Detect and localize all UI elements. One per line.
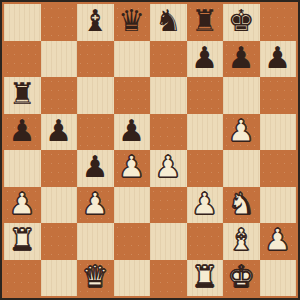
square-g3[interactable]: ♞ [223, 187, 260, 224]
square-h2[interactable]: ♟ [260, 223, 297, 260]
square-c6[interactable] [77, 77, 114, 114]
piece-white-king[interactable]: ♚ [228, 262, 255, 292]
square-c5[interactable] [77, 114, 114, 151]
square-f8[interactable]: ♜ [187, 4, 224, 41]
piece-black-pawn[interactable]: ♟ [191, 43, 218, 73]
square-e2[interactable] [150, 223, 187, 260]
piece-white-pawn[interactable]: ♟ [82, 189, 109, 219]
square-h5[interactable] [260, 114, 297, 151]
square-c4[interactable]: ♟ [77, 150, 114, 187]
piece-white-pawn[interactable]: ♟ [264, 225, 291, 255]
square-c8[interactable]: ♝ [77, 4, 114, 41]
board-grid: ♝♛♞♜♚♟♟♟♜♟♟♟♟♟♟♟♟♟♟♞♜♝♟♛♜♚ [4, 4, 296, 296]
square-h8[interactable] [260, 4, 297, 41]
square-d5[interactable]: ♟ [114, 114, 151, 151]
piece-black-rook[interactable]: ♜ [191, 6, 218, 36]
piece-black-knight[interactable]: ♞ [155, 6, 182, 36]
piece-black-pawn[interactable]: ♟ [264, 43, 291, 73]
square-h3[interactable] [260, 187, 297, 224]
square-g8[interactable]: ♚ [223, 4, 260, 41]
square-d6[interactable] [114, 77, 151, 114]
square-c7[interactable] [77, 41, 114, 78]
square-b6[interactable] [41, 77, 78, 114]
piece-white-rook[interactable]: ♜ [9, 225, 36, 255]
square-e3[interactable] [150, 187, 187, 224]
square-c3[interactable]: ♟ [77, 187, 114, 224]
piece-black-pawn[interactable]: ♟ [228, 43, 255, 73]
square-a6[interactable]: ♜ [4, 77, 41, 114]
square-a3[interactable]: ♟ [4, 187, 41, 224]
square-e5[interactable] [150, 114, 187, 151]
square-h4[interactable] [260, 150, 297, 187]
square-h1[interactable] [260, 260, 297, 297]
square-e1[interactable] [150, 260, 187, 297]
square-f7[interactable]: ♟ [187, 41, 224, 78]
square-f1[interactable]: ♜ [187, 260, 224, 297]
square-b2[interactable] [41, 223, 78, 260]
piece-white-pawn[interactable]: ♟ [118, 152, 145, 182]
square-f3[interactable]: ♟ [187, 187, 224, 224]
square-d2[interactable] [114, 223, 151, 260]
square-a8[interactable] [4, 4, 41, 41]
square-h6[interactable] [260, 77, 297, 114]
square-b3[interactable] [41, 187, 78, 224]
square-d4[interactable]: ♟ [114, 150, 151, 187]
square-g7[interactable]: ♟ [223, 41, 260, 78]
square-f2[interactable] [187, 223, 224, 260]
piece-black-pawn[interactable]: ♟ [9, 116, 36, 146]
square-a5[interactable]: ♟ [4, 114, 41, 151]
piece-white-queen[interactable]: ♛ [82, 262, 109, 292]
piece-white-pawn[interactable]: ♟ [155, 152, 182, 182]
square-e7[interactable] [150, 41, 187, 78]
square-g5[interactable]: ♟ [223, 114, 260, 151]
square-d3[interactable] [114, 187, 151, 224]
square-b7[interactable] [41, 41, 78, 78]
piece-black-pawn[interactable]: ♟ [82, 152, 109, 182]
square-a1[interactable] [4, 260, 41, 297]
square-b8[interactable] [41, 4, 78, 41]
square-b5[interactable]: ♟ [41, 114, 78, 151]
square-f5[interactable] [187, 114, 224, 151]
piece-black-pawn[interactable]: ♟ [118, 116, 145, 146]
square-e4[interactable]: ♟ [150, 150, 187, 187]
piece-white-pawn[interactable]: ♟ [191, 189, 218, 219]
piece-white-knight[interactable]: ♞ [228, 189, 255, 219]
square-a2[interactable]: ♜ [4, 223, 41, 260]
square-b4[interactable] [41, 150, 78, 187]
square-e6[interactable] [150, 77, 187, 114]
square-e8[interactable]: ♞ [150, 4, 187, 41]
square-c2[interactable] [77, 223, 114, 260]
piece-black-rook[interactable]: ♜ [9, 79, 36, 109]
square-a7[interactable] [4, 41, 41, 78]
square-a4[interactable] [4, 150, 41, 187]
square-b1[interactable] [41, 260, 78, 297]
square-g1[interactable]: ♚ [223, 260, 260, 297]
piece-white-pawn[interactable]: ♟ [9, 189, 36, 219]
square-g4[interactable] [223, 150, 260, 187]
piece-black-bishop[interactable]: ♝ [82, 6, 109, 36]
square-f4[interactable] [187, 150, 224, 187]
piece-black-queen[interactable]: ♛ [118, 6, 145, 36]
piece-white-rook[interactable]: ♜ [191, 262, 218, 292]
piece-white-pawn[interactable]: ♟ [228, 116, 255, 146]
square-g2[interactable]: ♝ [223, 223, 260, 260]
piece-black-king[interactable]: ♚ [228, 6, 255, 36]
square-h7[interactable]: ♟ [260, 41, 297, 78]
square-d7[interactable] [114, 41, 151, 78]
chess-board: ♝♛♞♜♚♟♟♟♜♟♟♟♟♟♟♟♟♟♟♞♜♝♟♛♜♚ [0, 0, 300, 300]
piece-white-bishop[interactable]: ♝ [228, 225, 255, 255]
piece-black-pawn[interactable]: ♟ [45, 116, 72, 146]
square-d1[interactable] [114, 260, 151, 297]
square-c1[interactable]: ♛ [77, 260, 114, 297]
square-f6[interactable] [187, 77, 224, 114]
square-d8[interactable]: ♛ [114, 4, 151, 41]
square-g6[interactable] [223, 77, 260, 114]
